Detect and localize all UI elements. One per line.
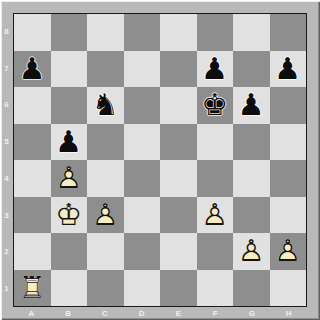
square-f3[interactable]: ♟♙ bbox=[197, 197, 234, 234]
file-label-h: H bbox=[270, 307, 307, 319]
square-a6[interactable] bbox=[14, 87, 51, 124]
rank-label-2: 2 bbox=[0, 234, 13, 271]
square-g3[interactable] bbox=[233, 197, 270, 234]
chess-board: ♟♟♟♞♚♟♟♟♙♚♔♟♙♟♙♟♙♟♙♜♖ bbox=[13, 13, 307, 307]
square-a5[interactable] bbox=[14, 124, 51, 161]
square-b4[interactable]: ♟♙ bbox=[51, 160, 88, 197]
file-label-f: F bbox=[197, 307, 234, 319]
file-label-d: D bbox=[123, 307, 160, 319]
square-c8[interactable] bbox=[87, 14, 124, 51]
rank-label-5: 5 bbox=[0, 123, 13, 160]
square-g5[interactable] bbox=[233, 124, 270, 161]
chess-diagram-frame: 87654321 ABCDEFGH ♟♟♟♞♚♟♟♟♙♚♔♟♙♟♙♟♙♟♙♜♖ bbox=[0, 0, 320, 320]
black-pawn-glyph: ♟ bbox=[233, 87, 270, 124]
black-king: ♚ bbox=[197, 87, 234, 124]
square-f6[interactable]: ♚ bbox=[197, 87, 234, 124]
square-b8[interactable] bbox=[51, 14, 88, 51]
square-e2[interactable] bbox=[160, 233, 197, 270]
black-pawn-glyph: ♟ bbox=[51, 124, 88, 161]
square-e8[interactable] bbox=[160, 14, 197, 51]
white-pawn-outline: ♙ bbox=[270, 233, 307, 270]
white-pawn-fill: ♟ bbox=[87, 197, 124, 234]
square-h6[interactable] bbox=[270, 87, 307, 124]
white-pawn-fill: ♟ bbox=[233, 233, 270, 270]
black-pawn: ♟ bbox=[233, 87, 270, 124]
square-a8[interactable] bbox=[14, 14, 51, 51]
black-pawn-glyph: ♟ bbox=[197, 51, 234, 88]
square-a7[interactable]: ♟ bbox=[14, 51, 51, 88]
square-b5[interactable]: ♟ bbox=[51, 124, 88, 161]
square-a2[interactable] bbox=[14, 233, 51, 270]
white-pawn: ♟♙ bbox=[270, 233, 307, 270]
white-pawn: ♟♙ bbox=[87, 197, 124, 234]
square-h5[interactable] bbox=[270, 124, 307, 161]
white-king-outline: ♔ bbox=[51, 197, 88, 234]
black-pawn: ♟ bbox=[197, 51, 234, 88]
square-b2[interactable] bbox=[51, 233, 88, 270]
square-d5[interactable] bbox=[124, 124, 161, 161]
white-rook: ♜♖ bbox=[14, 270, 51, 307]
square-h7[interactable]: ♟ bbox=[270, 51, 307, 88]
square-a3[interactable] bbox=[14, 197, 51, 234]
black-pawn: ♟ bbox=[270, 51, 307, 88]
white-pawn-outline: ♙ bbox=[87, 197, 124, 234]
white-pawn-fill: ♟ bbox=[197, 197, 234, 234]
rank-label-6: 6 bbox=[0, 87, 13, 124]
square-h3[interactable] bbox=[270, 197, 307, 234]
square-e3[interactable] bbox=[160, 197, 197, 234]
white-pawn: ♟♙ bbox=[233, 233, 270, 270]
square-c4[interactable] bbox=[87, 160, 124, 197]
square-d3[interactable] bbox=[124, 197, 161, 234]
square-f4[interactable] bbox=[197, 160, 234, 197]
white-king-fill: ♚ bbox=[51, 197, 88, 234]
square-b1[interactable] bbox=[51, 270, 88, 307]
square-f2[interactable] bbox=[197, 233, 234, 270]
rank-label-1: 1 bbox=[0, 270, 13, 307]
square-d4[interactable] bbox=[124, 160, 161, 197]
square-h2[interactable]: ♟♙ bbox=[270, 233, 307, 270]
square-e5[interactable] bbox=[160, 124, 197, 161]
square-g6[interactable]: ♟ bbox=[233, 87, 270, 124]
rank-label-4: 4 bbox=[0, 160, 13, 197]
square-f5[interactable] bbox=[197, 124, 234, 161]
square-e6[interactable] bbox=[160, 87, 197, 124]
square-d8[interactable] bbox=[124, 14, 161, 51]
file-label-e: E bbox=[160, 307, 197, 319]
white-pawn-fill: ♟ bbox=[51, 160, 88, 197]
square-g7[interactable] bbox=[233, 51, 270, 88]
square-b7[interactable] bbox=[51, 51, 88, 88]
square-f8[interactable] bbox=[197, 14, 234, 51]
square-f1[interactable] bbox=[197, 270, 234, 307]
black-pawn: ♟ bbox=[51, 124, 88, 161]
black-knight: ♞ bbox=[87, 87, 124, 124]
square-h4[interactable] bbox=[270, 160, 307, 197]
file-label-a: A bbox=[13, 307, 50, 319]
square-e1[interactable] bbox=[160, 270, 197, 307]
rank-label-8: 8 bbox=[0, 13, 13, 50]
white-king: ♚♔ bbox=[51, 197, 88, 234]
square-h8[interactable] bbox=[270, 14, 307, 51]
square-f7[interactable]: ♟ bbox=[197, 51, 234, 88]
square-c7[interactable] bbox=[87, 51, 124, 88]
square-h1[interactable] bbox=[270, 270, 307, 307]
square-e7[interactable] bbox=[160, 51, 197, 88]
square-g8[interactable] bbox=[233, 14, 270, 51]
square-g2[interactable]: ♟♙ bbox=[233, 233, 270, 270]
white-pawn-fill: ♟ bbox=[270, 233, 307, 270]
black-pawn-glyph: ♟ bbox=[14, 51, 51, 88]
rank-label-7: 7 bbox=[0, 50, 13, 87]
black-king-glyph: ♚ bbox=[197, 87, 234, 124]
white-pawn-outline: ♙ bbox=[233, 233, 270, 270]
black-pawn-glyph: ♟ bbox=[270, 51, 307, 88]
square-c2[interactable] bbox=[87, 233, 124, 270]
square-c6[interactable]: ♞ bbox=[87, 87, 124, 124]
white-pawn: ♟♙ bbox=[51, 160, 88, 197]
square-a1[interactable]: ♜♖ bbox=[14, 270, 51, 307]
square-d6[interactable] bbox=[124, 87, 161, 124]
file-labels: ABCDEFGH bbox=[13, 307, 307, 319]
square-d7[interactable] bbox=[124, 51, 161, 88]
white-pawn: ♟♙ bbox=[197, 197, 234, 234]
square-c3[interactable]: ♟♙ bbox=[87, 197, 124, 234]
square-b6[interactable] bbox=[51, 87, 88, 124]
square-e4[interactable] bbox=[160, 160, 197, 197]
square-g1[interactable] bbox=[233, 270, 270, 307]
rank-label-3: 3 bbox=[0, 197, 13, 234]
square-a4[interactable] bbox=[14, 160, 51, 197]
square-d2[interactable] bbox=[124, 233, 161, 270]
file-label-g: G bbox=[234, 307, 271, 319]
file-label-b: B bbox=[50, 307, 87, 319]
square-g4[interactable] bbox=[233, 160, 270, 197]
white-pawn-outline: ♙ bbox=[197, 197, 234, 234]
square-c5[interactable] bbox=[87, 124, 124, 161]
black-knight-glyph: ♞ bbox=[87, 87, 124, 124]
white-pawn-outline: ♙ bbox=[51, 160, 88, 197]
square-b3[interactable]: ♚♔ bbox=[51, 197, 88, 234]
black-pawn: ♟ bbox=[14, 51, 51, 88]
white-rook-outline: ♖ bbox=[14, 270, 51, 307]
square-d1[interactable] bbox=[124, 270, 161, 307]
rank-labels: 87654321 bbox=[0, 13, 13, 307]
square-c1[interactable] bbox=[87, 270, 124, 307]
white-rook-fill: ♜ bbox=[14, 270, 51, 307]
file-label-c: C bbox=[87, 307, 124, 319]
